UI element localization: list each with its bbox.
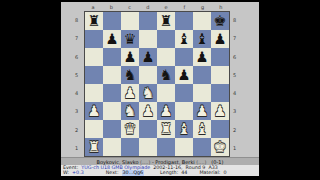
stats-row: W: +0.3 Next: 30...Qg6 Length: 44 Materi…: [63, 171, 259, 177]
rank-label-3: 3: [75, 102, 78, 120]
file-label-e: e: [157, 4, 175, 10]
square-f6: [175, 48, 193, 66]
board: ♜♜♚♟♛♝♝♟♟♟♟♞♞♟♟♞♟♞♟♟♟♟♛♜♝♝♜♚: [84, 11, 230, 157]
white-bishop-f2: ♝: [175, 120, 193, 138]
square-e3: ♟: [157, 102, 175, 120]
square-g4: [193, 84, 211, 102]
square-g6: ♟: [193, 48, 211, 66]
square-d4: ♞: [139, 84, 157, 102]
white-pawn-c4: ♟: [121, 84, 139, 102]
square-d6: ♟: [139, 48, 157, 66]
square-g7: ♝: [193, 30, 211, 48]
next-move: 30...Qg6: [122, 170, 145, 176]
length-value: 44: [181, 170, 187, 176]
square-e5: ♞: [157, 66, 175, 84]
rank-label-6: 6: [75, 48, 78, 66]
square-a4: [85, 84, 103, 102]
square-e1: [157, 138, 175, 156]
square-a2: [85, 120, 103, 138]
white-pawn-g3: ♟: [193, 102, 211, 120]
square-b4: [103, 84, 121, 102]
square-a3: ♟: [85, 102, 103, 120]
rank-labels-left: 87654321: [75, 11, 78, 157]
square-b5: [103, 66, 121, 84]
square-d1: [139, 138, 157, 156]
square-h6: [211, 48, 229, 66]
square-a1: ♜: [85, 138, 103, 156]
white-bishop-g2: ♝: [193, 120, 211, 138]
file-label-a: a: [84, 4, 102, 10]
square-f8: [175, 12, 193, 30]
material-value: 0: [223, 170, 226, 176]
black-pawn-d6: ♟: [139, 48, 157, 66]
rank-label-4: 4: [75, 84, 78, 102]
square-e4: [157, 84, 175, 102]
white-pawn-h3: ♟: [211, 102, 229, 120]
white-queen-c2: ♛: [121, 120, 139, 138]
square-b6: [103, 48, 121, 66]
rank-label-8: 8: [75, 11, 78, 29]
file-label-d: d: [139, 4, 157, 10]
white-pawn-a3: ♟: [85, 102, 103, 120]
rank-label-5: 5: [75, 66, 78, 84]
square-d7: [139, 30, 157, 48]
square-a5: [85, 66, 103, 84]
black-bishop-g7: ♝: [193, 30, 211, 48]
video-frame-panel: abcdefgh 87654321 ♜♜♚♟♛♝♝♟♟♟♟♞♞♟♟♞♟♞♟♟♟♟…: [61, 2, 259, 176]
square-c1: [121, 138, 139, 156]
rank-label-8: 8: [233, 11, 236, 29]
square-e2: ♜: [157, 120, 175, 138]
square-e8: ♜: [157, 12, 175, 30]
square-c7: ♛: [121, 30, 139, 48]
square-c2: ♛: [121, 120, 139, 138]
rank-label-2: 2: [233, 121, 236, 139]
square-b1: [103, 138, 121, 156]
square-f3: [175, 102, 193, 120]
square-h2: [211, 120, 229, 138]
white-rook-a1: ♜: [85, 138, 103, 156]
square-c5: ♞: [121, 66, 139, 84]
square-b2: [103, 120, 121, 138]
square-g5: [193, 66, 211, 84]
rank-label-4: 4: [233, 84, 236, 102]
black-queen-c7: ♛: [121, 30, 139, 48]
black-rook-e8: ♜: [157, 12, 175, 30]
white-king-h1: ♚: [211, 138, 229, 156]
length-label: Length:: [160, 170, 178, 176]
black-knight-c5: ♞: [121, 66, 139, 84]
black-king-h8: ♚: [211, 12, 229, 30]
black-bishop-f7: ♝: [175, 30, 193, 48]
square-h4: [211, 84, 229, 102]
square-g3: ♟: [193, 102, 211, 120]
rank-label-2: 2: [75, 121, 78, 139]
black-rook-a8: ♜: [85, 12, 103, 30]
square-g2: ♝: [193, 120, 211, 138]
eval-value: +0.3: [72, 170, 84, 176]
rank-label-7: 7: [75, 29, 78, 47]
square-d5: [139, 66, 157, 84]
square-f4: [175, 84, 193, 102]
square-c8: [121, 12, 139, 30]
square-a7: [85, 30, 103, 48]
square-f7: ♝: [175, 30, 193, 48]
white-knight-d4: ♞: [139, 84, 157, 102]
rank-label-1: 1: [233, 139, 236, 157]
file-label-g: g: [194, 4, 212, 10]
next-label: Next:: [106, 170, 119, 176]
white-pawn-d3: ♟: [139, 102, 157, 120]
square-e6: [157, 48, 175, 66]
rank-label-1: 1: [75, 139, 78, 157]
rank-label-7: 7: [233, 29, 236, 47]
game-info-box: Event: YUG-ch U18 GMB Olympiade 2002-11-…: [61, 165, 259, 176]
square-h7: ♟: [211, 30, 229, 48]
square-c3: ♞: [121, 102, 139, 120]
square-f1: [175, 138, 193, 156]
black-pawn-f5: ♟: [175, 66, 193, 84]
square-b7: ♟: [103, 30, 121, 48]
square-h1: ♚: [211, 138, 229, 156]
square-c4: ♟: [121, 84, 139, 102]
white-knight-c3: ♞: [121, 102, 139, 120]
black-pawn-b7: ♟: [103, 30, 121, 48]
square-c6: ♟: [121, 48, 139, 66]
square-d8: [139, 12, 157, 30]
white-rook-e2: ♜: [157, 120, 175, 138]
white-pawn-e3: ♟: [157, 102, 175, 120]
square-h8: ♚: [211, 12, 229, 30]
square-e7: [157, 30, 175, 48]
black-pawn-g6: ♟: [193, 48, 211, 66]
rank-label-5: 5: [233, 66, 236, 84]
file-label-f: f: [175, 4, 193, 10]
file-label-c: c: [121, 4, 139, 10]
rank-label-3: 3: [233, 102, 236, 120]
square-f2: ♝: [175, 120, 193, 138]
square-d2: [139, 120, 157, 138]
square-h5: [211, 66, 229, 84]
black-pawn-h7: ♟: [211, 30, 229, 48]
rank-label-6: 6: [233, 48, 236, 66]
square-a6: [85, 48, 103, 66]
square-b3: [103, 102, 121, 120]
black-pawn-c6: ♟: [121, 48, 139, 66]
square-g8: [193, 12, 211, 30]
black-knight-e5: ♞: [157, 66, 175, 84]
rank-labels-right: 87654321: [233, 11, 236, 157]
material-label: Material:: [199, 170, 220, 176]
square-a8: ♜: [85, 12, 103, 30]
side-label: W:: [63, 170, 69, 176]
square-b8: [103, 12, 121, 30]
square-h3: ♟: [211, 102, 229, 120]
square-f5: ♟: [175, 66, 193, 84]
square-d3: ♟: [139, 102, 157, 120]
square-g1: [193, 138, 211, 156]
file-label-b: b: [102, 4, 120, 10]
file-labels-top: abcdefgh: [84, 4, 230, 10]
file-label-h: h: [212, 4, 230, 10]
